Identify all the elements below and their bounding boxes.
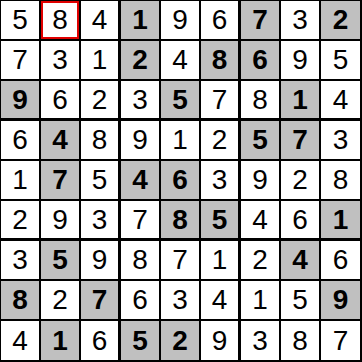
cell-r3c2[interactable]: 6: [41, 81, 81, 121]
cell-r5c1[interactable]: 1: [1, 161, 41, 201]
cell-r3c7[interactable]: 8: [241, 81, 281, 121]
cell-r8c3[interactable]: 7: [81, 281, 121, 321]
cell-r8c8[interactable]: 5: [281, 281, 321, 321]
cell-r6c4[interactable]: 7: [121, 201, 161, 241]
cell-r4c2[interactable]: 4: [41, 121, 81, 161]
cell-r4c9[interactable]: 3: [321, 121, 361, 161]
cell-r1c5[interactable]: 9: [161, 1, 201, 41]
cell-r8c1[interactable]: 8: [1, 281, 41, 321]
cell-r3c3[interactable]: 2: [81, 81, 121, 121]
cell-r3c8[interactable]: 1: [281, 81, 321, 121]
cell-r3c6[interactable]: 7: [201, 81, 241, 121]
cell-r6c7[interactable]: 4: [241, 201, 281, 241]
cell-r6c6[interactable]: 5: [201, 201, 241, 241]
cell-r2c1[interactable]: 7: [1, 41, 41, 81]
cell-r5c2[interactable]: 7: [41, 161, 81, 201]
cell-r4c6[interactable]: 2: [201, 121, 241, 161]
cell-r8c4[interactable]: 6: [121, 281, 161, 321]
cell-r5c5[interactable]: 6: [161, 161, 201, 201]
cell-r9c8[interactable]: 8: [281, 321, 321, 361]
cell-r4c8[interactable]: 7: [281, 121, 321, 161]
cell-r9c4[interactable]: 5: [121, 321, 161, 361]
cell-r7c8[interactable]: 4: [281, 241, 321, 281]
cell-r4c1[interactable]: 6: [1, 121, 41, 161]
cell-r2c6[interactable]: 8: [201, 41, 241, 81]
cell-r6c1[interactable]: 2: [1, 201, 41, 241]
cell-r5c8[interactable]: 2: [281, 161, 321, 201]
cell-r5c4[interactable]: 4: [121, 161, 161, 201]
cell-r2c3[interactable]: 1: [81, 41, 121, 81]
sudoku-board: 5841967327312486959623578146489125731754…: [0, 0, 362, 362]
cell-r2c8[interactable]: 9: [281, 41, 321, 81]
cell-r3c9[interactable]: 4: [321, 81, 361, 121]
cell-r8c9[interactable]: 9: [321, 281, 361, 321]
cell-r1c7[interactable]: 7: [241, 1, 281, 41]
cell-r2c9[interactable]: 5: [321, 41, 361, 81]
cell-r7c7[interactable]: 2: [241, 241, 281, 281]
cell-r4c3[interactable]: 8: [81, 121, 121, 161]
cell-r4c5[interactable]: 1: [161, 121, 201, 161]
cell-r5c9[interactable]: 8: [321, 161, 361, 201]
cell-r8c2[interactable]: 2: [41, 281, 81, 321]
cell-r2c7[interactable]: 6: [241, 41, 281, 81]
cell-r7c3[interactable]: 9: [81, 241, 121, 281]
cell-r6c3[interactable]: 3: [81, 201, 121, 241]
cell-r2c5[interactable]: 4: [161, 41, 201, 81]
cell-r7c4[interactable]: 8: [121, 241, 161, 281]
cell-r1c6[interactable]: 6: [201, 1, 241, 41]
cell-r9c6[interactable]: 9: [201, 321, 241, 361]
cell-r5c6[interactable]: 3: [201, 161, 241, 201]
cell-r9c1[interactable]: 4: [1, 321, 41, 361]
cell-r4c4[interactable]: 9: [121, 121, 161, 161]
cell-r2c2[interactable]: 3: [41, 41, 81, 81]
cell-r9c2[interactable]: 1: [41, 321, 81, 361]
cell-r4c7[interactable]: 5: [241, 121, 281, 161]
cell-r6c5[interactable]: 8: [161, 201, 201, 241]
cell-r3c4[interactable]: 3: [121, 81, 161, 121]
cell-r6c9[interactable]: 1: [321, 201, 361, 241]
cell-r3c5[interactable]: 5: [161, 81, 201, 121]
cell-r7c5[interactable]: 7: [161, 241, 201, 281]
cell-r6c2[interactable]: 9: [41, 201, 81, 241]
cell-r9c3[interactable]: 6: [81, 321, 121, 361]
cell-r8c7[interactable]: 1: [241, 281, 281, 321]
cell-r7c2[interactable]: 5: [41, 241, 81, 281]
cell-r1c3[interactable]: 4: [81, 1, 121, 41]
cell-r7c9[interactable]: 6: [321, 241, 361, 281]
cell-r1c4[interactable]: 1: [121, 1, 161, 41]
cell-r5c3[interactable]: 5: [81, 161, 121, 201]
cell-r7c1[interactable]: 3: [1, 241, 41, 281]
cell-r1c1[interactable]: 5: [1, 1, 41, 41]
cell-r7c6[interactable]: 1: [201, 241, 241, 281]
cell-r9c7[interactable]: 3: [241, 321, 281, 361]
cell-r2c4[interactable]: 2: [121, 41, 161, 81]
cell-r3c1[interactable]: 9: [1, 81, 41, 121]
cell-r8c5[interactable]: 3: [161, 281, 201, 321]
cell-r9c5[interactable]: 2: [161, 321, 201, 361]
cell-r8c6[interactable]: 4: [201, 281, 241, 321]
cell-r6c8[interactable]: 6: [281, 201, 321, 241]
cell-r1c2-selected[interactable]: 8: [41, 1, 81, 41]
cell-r1c9[interactable]: 2: [321, 1, 361, 41]
cell-r1c8[interactable]: 3: [281, 1, 321, 41]
cell-r5c7[interactable]: 9: [241, 161, 281, 201]
cell-r9c9[interactable]: 7: [321, 321, 361, 361]
